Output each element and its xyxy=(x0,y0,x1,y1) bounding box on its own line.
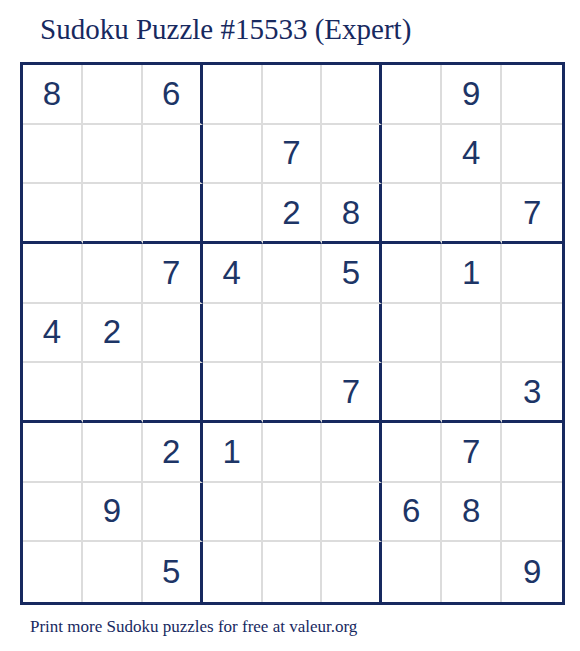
cell-r8c3 xyxy=(143,483,203,543)
cell-r8c7: 6 xyxy=(382,483,442,543)
cell-r5c3 xyxy=(143,304,203,364)
cell-r8c5 xyxy=(263,483,323,543)
cell-r3c5: 2 xyxy=(263,184,323,244)
cell-r9c1 xyxy=(23,542,83,602)
cell-r2c6 xyxy=(322,125,382,185)
sudoku-board: 869742877451427321796859 xyxy=(20,62,565,605)
cell-r7c8: 7 xyxy=(442,423,502,483)
cell-r4c8: 1 xyxy=(442,244,502,304)
cell-r3c8 xyxy=(442,184,502,244)
cell-r8c8: 8 xyxy=(442,483,502,543)
cell-r4c6: 5 xyxy=(322,244,382,304)
cell-r8c6 xyxy=(322,483,382,543)
cell-r3c3 xyxy=(143,184,203,244)
cell-r5c9 xyxy=(502,304,562,364)
cell-r5c8 xyxy=(442,304,502,364)
cell-r3c7 xyxy=(382,184,442,244)
cell-r2c3 xyxy=(143,125,203,185)
page-title: Sudoku Puzzle #15533 (Expert) xyxy=(40,13,411,46)
cell-r9c5 xyxy=(263,542,323,602)
cell-r4c7 xyxy=(382,244,442,304)
cell-r1c4 xyxy=(203,65,263,125)
cell-r9c2 xyxy=(83,542,143,602)
cell-r4c4: 4 xyxy=(203,244,263,304)
cell-r2c5: 7 xyxy=(263,125,323,185)
footer-text: Print more Sudoku puzzles for free at va… xyxy=(30,617,357,637)
cell-r1c7 xyxy=(382,65,442,125)
cell-r4c2 xyxy=(83,244,143,304)
cell-r1c2 xyxy=(83,65,143,125)
cell-r4c9 xyxy=(502,244,562,304)
cell-r6c3 xyxy=(143,363,203,423)
cell-r2c2 xyxy=(83,125,143,185)
cell-r7c2 xyxy=(83,423,143,483)
cell-r5c5 xyxy=(263,304,323,364)
cell-r2c4 xyxy=(203,125,263,185)
cell-r7c5 xyxy=(263,423,323,483)
cell-r2c1 xyxy=(23,125,83,185)
cell-r6c8 xyxy=(442,363,502,423)
cell-r7c3: 2 xyxy=(143,423,203,483)
cell-r7c6 xyxy=(322,423,382,483)
cell-r9c6 xyxy=(322,542,382,602)
cell-r2c9 xyxy=(502,125,562,185)
cell-r5c1: 4 xyxy=(23,304,83,364)
cell-r3c4 xyxy=(203,184,263,244)
cell-r1c9 xyxy=(502,65,562,125)
cell-r1c1: 8 xyxy=(23,65,83,125)
cell-r1c8: 9 xyxy=(442,65,502,125)
cell-r8c4 xyxy=(203,483,263,543)
cell-r9c8 xyxy=(442,542,502,602)
cell-r1c6 xyxy=(322,65,382,125)
cell-r8c1 xyxy=(23,483,83,543)
cell-r6c6: 7 xyxy=(322,363,382,423)
cell-r1c5 xyxy=(263,65,323,125)
cell-r5c2: 2 xyxy=(83,304,143,364)
cell-r7c1 xyxy=(23,423,83,483)
cell-r7c9 xyxy=(502,423,562,483)
cell-r3c2 xyxy=(83,184,143,244)
cell-r6c5 xyxy=(263,363,323,423)
cell-r5c6 xyxy=(322,304,382,364)
cell-r6c7 xyxy=(382,363,442,423)
cell-r8c2: 9 xyxy=(83,483,143,543)
cell-r9c3: 5 xyxy=(143,542,203,602)
cell-r2c7 xyxy=(382,125,442,185)
cell-r5c7 xyxy=(382,304,442,364)
cell-r3c6: 8 xyxy=(322,184,382,244)
cell-r9c4 xyxy=(203,542,263,602)
cell-r5c4 xyxy=(203,304,263,364)
cell-r6c9: 3 xyxy=(502,363,562,423)
cell-r9c9: 9 xyxy=(502,542,562,602)
cell-r4c5 xyxy=(263,244,323,304)
cell-r2c8: 4 xyxy=(442,125,502,185)
cell-r3c1 xyxy=(23,184,83,244)
cell-r9c7 xyxy=(382,542,442,602)
cell-r7c4: 1 xyxy=(203,423,263,483)
cell-r3c9: 7 xyxy=(502,184,562,244)
cell-r8c9 xyxy=(502,483,562,543)
cell-r7c7 xyxy=(382,423,442,483)
cell-r4c1 xyxy=(23,244,83,304)
cell-r6c1 xyxy=(23,363,83,423)
cell-r6c2 xyxy=(83,363,143,423)
sudoku-page: Sudoku Puzzle #15533 (Expert) 8697428774… xyxy=(0,0,580,651)
cell-r4c3: 7 xyxy=(143,244,203,304)
cell-r1c3: 6 xyxy=(143,65,203,125)
cell-r6c4 xyxy=(203,363,263,423)
